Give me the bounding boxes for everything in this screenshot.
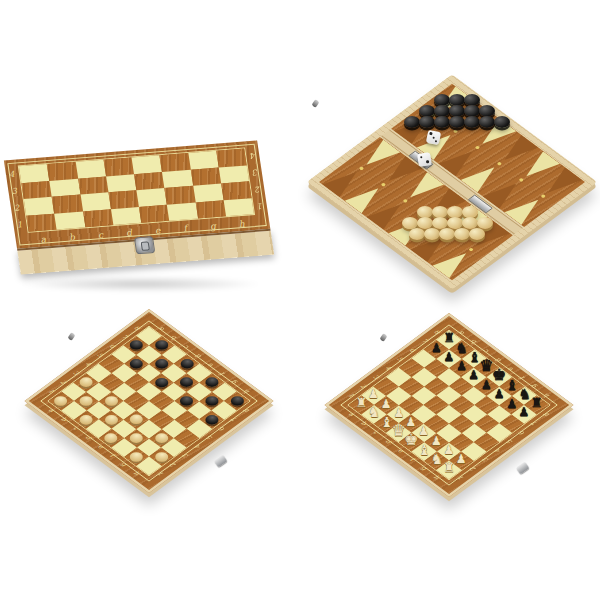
metal-latch — [134, 236, 155, 254]
square: ♜ — [436, 461, 461, 480]
die-pip — [426, 160, 429, 163]
coordinate-label: c — [72, 426, 80, 432]
coordinate-label: e — [154, 225, 161, 235]
coordinate-label: 7 — [531, 421, 539, 427]
inlay-dot — [475, 145, 481, 149]
coordinate-label: f — [219, 371, 226, 376]
metal-latch — [214, 455, 228, 468]
coordinate-label: c — [483, 348, 491, 354]
backgammon-checker-white — [454, 228, 470, 240]
square — [111, 207, 142, 226]
inlay-dot — [468, 247, 474, 251]
checkers-field — [47, 326, 251, 477]
coordinate-label: 1 — [47, 389, 55, 395]
coordinate-label: b — [170, 334, 178, 340]
coordinate-label: f — [108, 453, 115, 458]
inlay-dot — [540, 194, 546, 198]
backgammon-checker-black — [464, 116, 480, 128]
coordinate-label: d — [125, 227, 132, 237]
inlay-dot — [359, 166, 365, 170]
coordinate-label: 7 — [120, 334, 128, 340]
coordinate-label: 4 — [250, 151, 256, 160]
closed-game-box: abcdefgh43214321 — [4, 141, 274, 275]
coordinate-label: 8 — [543, 411, 551, 417]
coordinate-label: 6 — [219, 426, 227, 432]
metal-latch — [516, 462, 530, 475]
hinge-knob — [311, 99, 319, 108]
coordinate-label: 8 — [132, 325, 140, 331]
coordinate-label: 8 — [243, 407, 251, 413]
coordinate-label: 2 — [255, 184, 261, 193]
square — [83, 209, 114, 228]
backgammon-checker-black — [434, 116, 450, 128]
square — [223, 198, 254, 217]
coordinate-label: 4 — [494, 448, 502, 454]
coordinate-label: f — [408, 457, 415, 462]
die-pip — [420, 156, 423, 159]
coordinate-label: f — [183, 223, 188, 233]
coordinate-label: a — [458, 329, 466, 335]
coordinate-label: 3 — [11, 187, 17, 196]
die — [426, 130, 441, 145]
coordinate-label: e — [96, 444, 104, 450]
coordinate-label: 2 — [470, 466, 478, 472]
coordinate-label: 5 — [396, 356, 404, 362]
inlay-dot — [381, 183, 387, 187]
coordinate-label: 3 — [71, 370, 79, 376]
coordinate-label: b — [68, 232, 75, 242]
backgammon-checker-black — [449, 116, 465, 128]
coordinate-label: b — [59, 417, 67, 423]
inlay-dot — [497, 162, 503, 166]
coordinate-label: 3 — [482, 457, 490, 463]
coordinate-label: g — [230, 379, 238, 385]
coordinate-label: h — [432, 475, 440, 481]
coordinate-label: d — [195, 353, 203, 359]
coordinate-label: 2 — [14, 203, 20, 212]
coordinate-label: 6 — [519, 430, 527, 436]
chess-board: abcdefghabcdefgh8765432187654321♜♞♝♛♚♝♞♜… — [325, 313, 574, 497]
coordinate-label: g — [209, 221, 216, 231]
coordinate-label: 4 — [9, 170, 15, 179]
square — [54, 211, 85, 230]
coordinate-label: g — [119, 461, 127, 467]
coordinate-label: 2 — [170, 462, 178, 468]
coordinate-label: a — [40, 234, 47, 244]
box-shadow — [18, 276, 262, 292]
coordinate-label: 4 — [383, 365, 391, 371]
coordinate-label: h — [238, 218, 245, 228]
coordinate-label: 5 — [507, 439, 515, 445]
backgammon-checker-black — [494, 116, 510, 128]
square — [195, 200, 226, 219]
backgammon-checker-white — [469, 228, 485, 240]
backgammon-checker-black — [419, 116, 435, 128]
product-photo-canvas: abcdefgh43214321 abcdefghabcdefgh8765432… — [0, 0, 600, 600]
checkers-board: abcdefghabcdefgh8765432187654321 — [25, 309, 274, 493]
backgammon-checker-white — [439, 228, 455, 240]
coordinate-label: 5 — [207, 435, 215, 441]
coordinate-label: 1 — [158, 471, 166, 477]
die-pip — [430, 132, 433, 135]
coordinate-label: a — [47, 408, 55, 414]
coordinate-label: 7 — [231, 417, 239, 423]
square — [139, 204, 170, 223]
coordinate-label: e — [507, 366, 515, 372]
square — [26, 213, 57, 232]
coordinate-label: 4 — [194, 444, 202, 450]
coordinate-label: g — [419, 465, 427, 471]
backgammon-checker-black — [404, 116, 420, 128]
die — [417, 152, 432, 167]
die-pip — [432, 136, 435, 139]
coordinate-label: 1 — [258, 201, 264, 210]
coordinate-label: c — [97, 229, 104, 239]
coordinate-label: 8 — [432, 329, 440, 335]
inlay-dot — [518, 178, 524, 182]
coordinate-label: 6 — [408, 347, 416, 353]
coordinate-label: d — [495, 357, 503, 363]
coordinate-label: 1 — [16, 220, 22, 229]
coordinate-label: h — [132, 471, 140, 477]
coordinate-label: 3 — [371, 374, 379, 380]
coordinate-label: c — [372, 430, 380, 436]
inlay-dot — [453, 129, 459, 133]
coordinate-label: 2 — [59, 379, 67, 385]
coordinate-label: e — [207, 362, 215, 368]
coordinate-label: 1 — [458, 475, 466, 481]
coordinate-label: 5 — [96, 352, 104, 358]
coordinate-label: d — [384, 439, 392, 445]
inlay-dot — [403, 199, 409, 203]
coordinate-label: b — [359, 421, 367, 427]
chess-piece-white-r: ♜ — [440, 459, 458, 477]
backgammon-checker-white — [409, 228, 425, 240]
coordinate-label: a — [347, 412, 355, 418]
coordinate-label: a — [158, 325, 166, 331]
square — [167, 202, 198, 221]
hinge-knob — [67, 332, 75, 341]
coordinate-label: h — [243, 388, 251, 394]
backgammon-checker-white — [424, 228, 440, 240]
hinge-knob — [379, 333, 387, 342]
coordinate-label: 3 — [253, 168, 259, 177]
coordinate-label: 3 — [182, 453, 190, 459]
chess-field: ♜♞♝♛♚♝♞♜♟♟♟♟♟♟♟♟♟♟♟♟♟♟♟♟♜♞♝♛♚♝♞♜ — [347, 330, 551, 481]
coordinate-label: d — [84, 435, 92, 441]
coordinate-label: b — [470, 338, 478, 344]
coordinate-label: 4 — [83, 361, 91, 367]
die-pip — [434, 140, 437, 143]
coordinate-label: c — [183, 344, 191, 350]
backgammon-checker-black — [479, 116, 495, 128]
coordinate-label: 6 — [108, 343, 116, 349]
